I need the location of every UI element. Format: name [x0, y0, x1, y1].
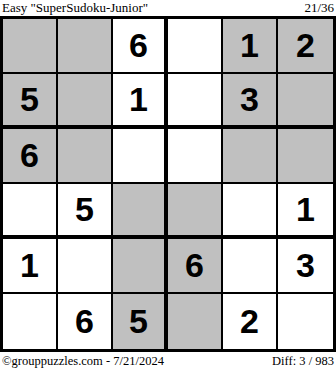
- given-digit: 3: [296, 246, 315, 285]
- given-digit: 1: [240, 26, 259, 65]
- cell-r6c1[interactable]: [3, 294, 58, 349]
- cell-r4c6[interactable]: 1: [278, 184, 333, 239]
- cell-r6c5[interactable]: 2: [223, 294, 278, 349]
- cell-r4c1[interactable]: [3, 184, 58, 239]
- difficulty-label: Diff: 3 / 983: [272, 354, 334, 369]
- cell-r4c5[interactable]: [223, 184, 278, 239]
- cell-r3c4[interactable]: [168, 129, 223, 184]
- footer: ©grouppuzzles.com - 7/21/2024 Diff: 3 / …: [0, 353, 336, 369]
- given-digit: 6: [185, 246, 204, 285]
- cell-r3c1[interactable]: 6: [3, 129, 58, 184]
- given-digit: 6: [129, 26, 148, 65]
- cell-r2c3[interactable]: 1: [113, 74, 168, 129]
- cell-r1c2[interactable]: [58, 19, 113, 74]
- cell-r6c4[interactable]: [168, 294, 223, 349]
- given-digit: 1: [296, 190, 315, 229]
- given-digit: 1: [20, 246, 39, 285]
- cell-r5c4[interactable]: 6: [168, 239, 223, 294]
- cell-r3c5[interactable]: [223, 129, 278, 184]
- header: Easy "SuperSudoku-Junior" 21/36: [0, 0, 336, 15]
- cell-r3c2[interactable]: [58, 129, 113, 184]
- given-digit: 2: [296, 26, 315, 65]
- given-digit: 2: [240, 302, 259, 341]
- given-digit: 5: [129, 302, 148, 341]
- cell-r2c6[interactable]: [278, 74, 333, 129]
- cell-r6c2[interactable]: 6: [58, 294, 113, 349]
- cell-r4c3[interactable]: [113, 184, 168, 239]
- cell-r5c6[interactable]: 3: [278, 239, 333, 294]
- cell-r6c3[interactable]: 5: [113, 294, 168, 349]
- cell-r5c3[interactable]: [113, 239, 168, 294]
- page-title: Easy "SuperSudoku-Junior": [2, 1, 148, 15]
- given-digit: 5: [20, 80, 39, 119]
- cell-r2c5[interactable]: 3: [223, 74, 278, 129]
- cell-r1c3[interactable]: 6: [113, 19, 168, 74]
- cell-r1c1[interactable]: [3, 19, 58, 74]
- cell-r5c2[interactable]: [58, 239, 113, 294]
- cell-r1c5[interactable]: 1: [223, 19, 278, 74]
- sudoku-board: 612513651163652: [0, 16, 336, 352]
- copyright-text: ©grouppuzzles.com - 7/21/2024: [2, 354, 164, 369]
- cell-r4c2[interactable]: 5: [58, 184, 113, 239]
- given-digit: 5: [75, 190, 94, 229]
- remaining-cells-counter: 21/36: [304, 1, 334, 15]
- cell-r2c2[interactable]: [58, 74, 113, 129]
- cell-r5c5[interactable]: [223, 239, 278, 294]
- given-digit: 3: [240, 80, 259, 119]
- cell-r1c6[interactable]: 2: [278, 19, 333, 74]
- cell-r3c6[interactable]: [278, 129, 333, 184]
- cell-r6c6[interactable]: [278, 294, 333, 349]
- cell-r1c4[interactable]: [168, 19, 223, 74]
- cell-r2c4[interactable]: [168, 74, 223, 129]
- given-digit: 1: [129, 80, 148, 119]
- cell-r4c4[interactable]: [168, 184, 223, 239]
- cell-r3c3[interactable]: [113, 129, 168, 184]
- cell-r5c1[interactable]: 1: [3, 239, 58, 294]
- given-digit: 6: [20, 136, 39, 175]
- given-digit: 6: [75, 302, 94, 341]
- cell-r2c1[interactable]: 5: [3, 74, 58, 129]
